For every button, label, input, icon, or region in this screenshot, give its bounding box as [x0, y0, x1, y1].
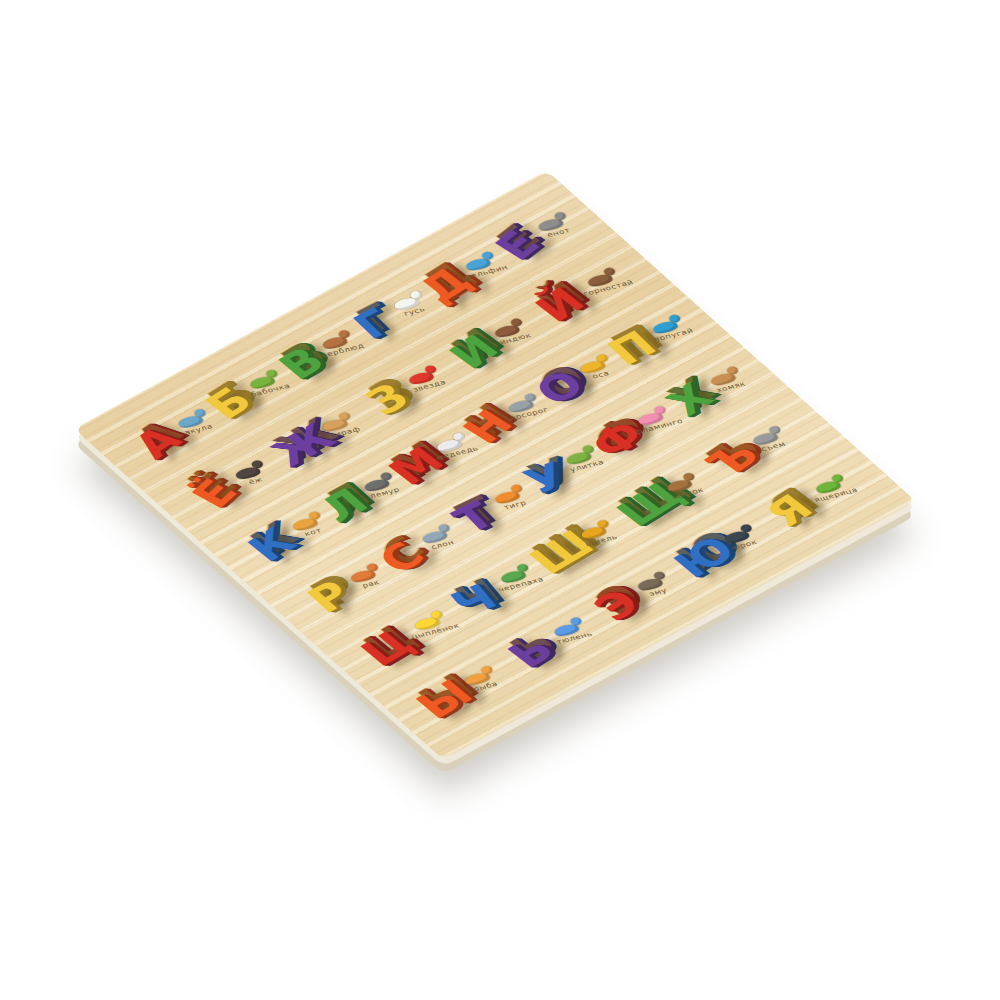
puzzle-board: АакулаБбабочкаВверблюдГгусьДдельфинЕенот…	[74, 170, 916, 760]
animal-block: черепаха	[489, 561, 545, 593]
letter-word-label: ёж	[248, 476, 265, 485]
animal-block: ящерица	[806, 472, 860, 504]
animal-block: попугай	[649, 314, 690, 343]
product-photo: АакулаБбабочкаВверблюдГгусьДдельфинЕенот…	[0, 0, 1000, 1000]
letter-grid: АакулаБбабочкаВверблюдГгусьДдельфинЕенот…	[107, 192, 884, 737]
animal-icon	[231, 459, 268, 480]
animal-block: горностай	[576, 264, 634, 297]
